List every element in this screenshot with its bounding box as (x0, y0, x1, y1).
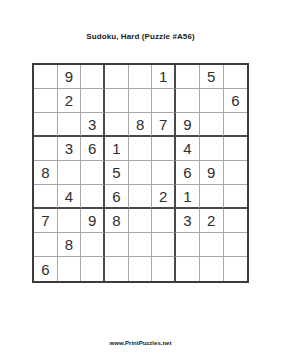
cell-r3c9 (224, 113, 248, 137)
cell-r5c1: 8 (34, 161, 58, 185)
cell-r6c6: 2 (152, 185, 176, 209)
cell-r3c8 (200, 113, 224, 137)
cell-r3c1 (34, 113, 58, 137)
cell-r5c4: 5 (105, 161, 129, 185)
cell-r9c9 (224, 257, 248, 281)
cell-r5c5 (129, 161, 153, 185)
cell-r1c5 (129, 65, 153, 89)
cell-r5c7: 6 (176, 161, 200, 185)
cell-r6c9 (224, 185, 248, 209)
cell-r4c1 (34, 137, 58, 161)
sudoku-board: 9152638793614856946217983286 (32, 63, 249, 283)
cell-r9c1: 6 (34, 257, 58, 281)
cell-r2c3 (81, 89, 105, 113)
cell-r7c2 (58, 209, 82, 233)
cell-r9c5 (129, 257, 153, 281)
cell-r1c2: 9 (58, 65, 82, 89)
cell-r1c3 (81, 65, 105, 89)
cell-r6c2: 4 (58, 185, 82, 209)
cell-r7c6 (152, 209, 176, 233)
cell-r9c6 (152, 257, 176, 281)
cell-r9c8 (200, 257, 224, 281)
cell-r8c2: 8 (58, 233, 82, 257)
cell-r9c3 (81, 257, 105, 281)
cell-r9c4 (105, 257, 129, 281)
cell-r8c8 (200, 233, 224, 257)
cell-r4c6 (152, 137, 176, 161)
cell-r7c7: 3 (176, 209, 200, 233)
cell-r6c3 (81, 185, 105, 209)
cell-r7c5 (129, 209, 153, 233)
cell-r3c6: 7 (152, 113, 176, 137)
cell-r1c9 (224, 65, 248, 89)
cell-r8c6 (152, 233, 176, 257)
cell-r8c5 (129, 233, 153, 257)
cell-r2c8 (200, 89, 224, 113)
cell-r2c1 (34, 89, 58, 113)
cell-r4c7: 4 (176, 137, 200, 161)
cell-r7c1: 7 (34, 209, 58, 233)
cell-r3c2 (58, 113, 82, 137)
cell-r2c4 (105, 89, 129, 113)
cell-r7c9 (224, 209, 248, 233)
cell-r3c3: 3 (81, 113, 105, 137)
cell-r1c1 (34, 65, 58, 89)
cell-r7c4: 8 (105, 209, 129, 233)
cell-r8c9 (224, 233, 248, 257)
cell-r6c1 (34, 185, 58, 209)
cell-r8c3 (81, 233, 105, 257)
cell-r5c6 (152, 161, 176, 185)
cell-r1c4 (105, 65, 129, 89)
cell-r8c1 (34, 233, 58, 257)
cell-r4c2: 3 (58, 137, 82, 161)
cell-r1c6: 1 (152, 65, 176, 89)
cell-r3c4 (105, 113, 129, 137)
cell-r6c8 (200, 185, 224, 209)
cell-r1c7 (176, 65, 200, 89)
cell-r6c5 (129, 185, 153, 209)
cell-r3c7: 9 (176, 113, 200, 137)
cell-r2c9: 6 (224, 89, 248, 113)
cell-r2c5 (129, 89, 153, 113)
cell-r3c5: 8 (129, 113, 153, 137)
cell-r7c3: 9 (81, 209, 105, 233)
cell-r4c8 (200, 137, 224, 161)
cell-r5c8: 9 (200, 161, 224, 185)
cell-r1c8: 5 (200, 65, 224, 89)
cell-r6c7: 1 (176, 185, 200, 209)
cell-r7c8: 2 (200, 209, 224, 233)
cell-r5c2 (58, 161, 82, 185)
cell-r8c4 (105, 233, 129, 257)
puzzle-title: Sudoku, Hard (Puzzle #A56) (0, 32, 281, 41)
footer-url: www.PrintPuzzles.net (0, 340, 281, 346)
cell-r4c3: 6 (81, 137, 105, 161)
cell-r4c5 (129, 137, 153, 161)
cell-r6c4: 6 (105, 185, 129, 209)
cell-r5c9 (224, 161, 248, 185)
cell-r2c2: 2 (58, 89, 82, 113)
cell-r2c6 (152, 89, 176, 113)
cell-r8c7 (176, 233, 200, 257)
cell-r9c7 (176, 257, 200, 281)
cell-r5c3 (81, 161, 105, 185)
cell-r4c4: 1 (105, 137, 129, 161)
cell-r4c9 (224, 137, 248, 161)
cell-r2c7 (176, 89, 200, 113)
cell-r9c2 (58, 257, 82, 281)
